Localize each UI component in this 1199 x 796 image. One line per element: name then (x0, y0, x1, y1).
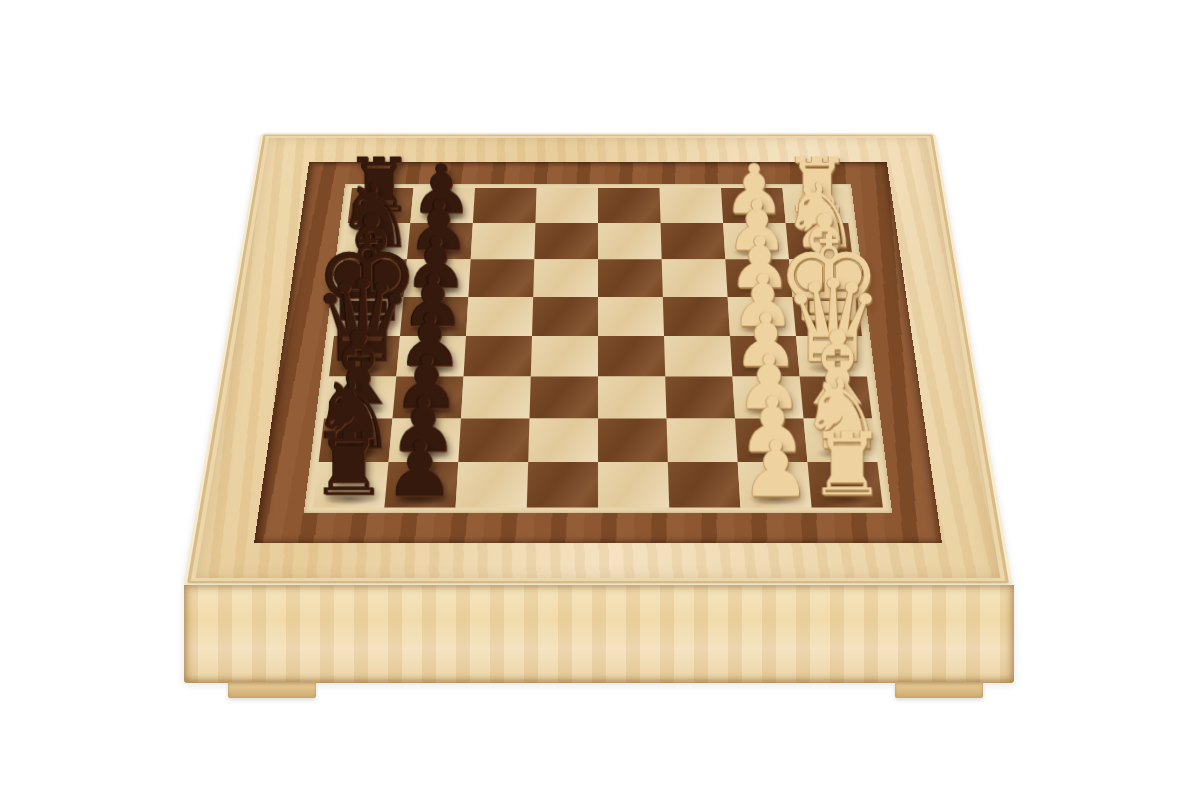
white-pawn[interactable]: ♟ (741, 432, 811, 506)
square-g3[interactable] (661, 223, 726, 259)
board-foot-right (895, 682, 983, 698)
square-a5[interactable] (527, 462, 598, 507)
square-c3[interactable] (665, 376, 735, 418)
square-a3[interactable] (668, 462, 741, 507)
board-foot-left (228, 682, 316, 698)
square-h6[interactable] (473, 188, 537, 223)
square-f6[interactable] (468, 259, 534, 297)
square-e5[interactable] (532, 297, 598, 336)
board-grid: ♜♟♟♜♞♟♟♞♝♟♟♝♚♟♟♚♛♟♟♛♝♟♟♝♞♟♟♞♜♟♟♜ (313, 188, 883, 507)
square-g5[interactable] (534, 223, 598, 259)
square-b6[interactable] (458, 418, 529, 462)
square-c6[interactable] (461, 376, 531, 418)
square-b3[interactable] (667, 418, 738, 462)
square-g4[interactable] (598, 223, 662, 259)
square-d5[interactable] (531, 336, 598, 376)
white-rook[interactable]: ♜ (808, 424, 885, 506)
square-c4[interactable] (598, 376, 667, 418)
photo-scene: ♜♟♟♜♞♟♟♞♝♟♟♝♚♟♟♚♛♟♟♛♝♟♟♝♞♟♟♞♜♟♟♜ (0, 0, 1199, 796)
square-a1[interactable]: ♜ (808, 462, 883, 507)
square-b4[interactable] (598, 418, 668, 462)
black-pawn[interactable]: ♟ (385, 432, 455, 506)
square-h3[interactable] (659, 188, 723, 223)
square-a8[interactable]: ♜ (313, 462, 388, 507)
square-b5[interactable] (528, 418, 598, 462)
square-f5[interactable] (533, 259, 598, 297)
walnut-border: ♜♟♟♜♞♟♟♞♝♟♟♝♚♟♟♚♛♟♟♛♝♟♟♝♞♟♟♞♜♟♟♜ (254, 162, 942, 543)
square-f3[interactable] (662, 259, 728, 297)
black-rook[interactable]: ♜ (310, 424, 387, 506)
chessboard: ♜♟♟♜♞♟♟♞♝♟♟♝♚♟♟♚♛♟♟♛♝♟♟♝♞♟♟♞♜♟♟♜ (183, 133, 1013, 586)
square-g6[interactable] (471, 223, 536, 259)
square-e4[interactable] (598, 297, 664, 336)
square-d6[interactable] (464, 336, 532, 376)
board-inner-margin: ♜♟♟♜♞♟♟♞♝♟♟♝♚♟♟♚♛♟♟♛♝♟♟♝♞♟♟♞♜♟♟♜ (304, 184, 892, 513)
square-f4[interactable] (598, 259, 663, 297)
square-a4[interactable] (598, 462, 669, 507)
square-c5[interactable] (529, 376, 598, 418)
square-e3[interactable] (663, 297, 730, 336)
square-a2[interactable]: ♟ (738, 462, 812, 507)
board-front-face (184, 585, 1014, 683)
square-h4[interactable] (598, 188, 661, 223)
board-frame: ♜♟♟♜♞♟♟♞♝♟♟♝♚♟♟♚♛♟♟♛♝♟♟♝♞♟♟♞♜♟♟♜ (183, 133, 1013, 586)
square-e6[interactable] (466, 297, 533, 336)
square-a6[interactable] (456, 462, 529, 507)
square-d3[interactable] (664, 336, 732, 376)
square-h5[interactable] (535, 188, 598, 223)
square-d4[interactable] (598, 336, 665, 376)
square-a7[interactable]: ♟ (384, 462, 458, 507)
